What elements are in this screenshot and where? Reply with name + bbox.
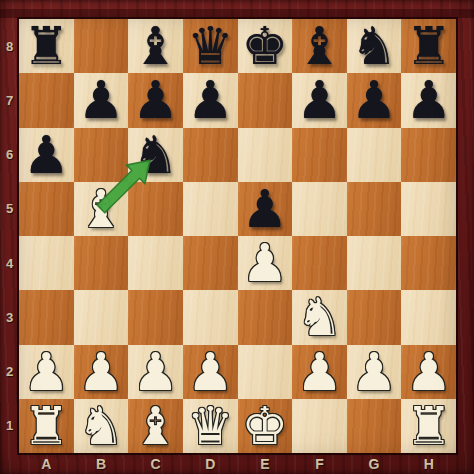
square-g8[interactable]: ♞ [347,19,402,73]
piece-white-pawn[interactable]: ♟ [23,346,70,398]
piece-black-pawn[interactable]: ♟ [23,129,70,181]
piece-black-bishop[interactable]: ♝ [296,20,343,72]
square-a7[interactable] [19,73,74,127]
square-b4[interactable] [74,236,129,290]
square-f6[interactable] [292,128,347,182]
file-label-E: E [238,453,293,474]
square-h4[interactable] [401,236,456,290]
piece-white-king[interactable]: ♚ [242,400,289,452]
square-d2[interactable]: ♟ [183,345,238,399]
square-d1[interactable]: ♛ [183,399,238,453]
file-label-A: A [19,453,74,474]
square-e1[interactable]: ♚ [238,399,293,453]
piece-black-pawn[interactable]: ♟ [242,183,289,235]
piece-black-pawn[interactable]: ♟ [351,74,398,126]
piece-white-rook[interactable]: ♜ [23,400,70,452]
square-h2[interactable]: ♟ [401,345,456,399]
piece-white-pawn[interactable]: ♟ [405,346,452,398]
square-e6[interactable] [238,128,293,182]
square-c7[interactable]: ♟ [128,73,183,127]
square-f4[interactable] [292,236,347,290]
piece-black-knight[interactable]: ♞ [132,129,179,181]
file-label-H: H [401,453,456,474]
square-c6[interactable]: ♞ [128,128,183,182]
piece-white-bishop[interactable]: ♝ [78,183,125,235]
square-f7[interactable]: ♟ [292,73,347,127]
file-label-D: D [183,453,238,474]
square-b5[interactable]: ♝ [74,182,129,236]
piece-white-knight[interactable]: ♞ [78,400,125,452]
square-d5[interactable] [183,182,238,236]
piece-white-pawn[interactable]: ♟ [132,346,179,398]
piece-white-pawn[interactable]: ♟ [296,346,343,398]
piece-black-rook[interactable]: ♜ [23,20,70,72]
piece-black-queen[interactable]: ♛ [187,20,234,72]
piece-white-pawn[interactable]: ♟ [242,237,289,289]
square-e7[interactable] [238,73,293,127]
square-h7[interactable]: ♟ [401,73,456,127]
square-b3[interactable] [74,290,129,344]
rank-label-7: 7 [0,73,19,127]
square-d8[interactable]: ♛ [183,19,238,73]
file-label-B: B [74,453,129,474]
square-b7[interactable]: ♟ [74,73,129,127]
square-a5[interactable] [19,182,74,236]
chess-board[interactable]: ♜♝♛♚♝♞♜♟♟♟♟♟♟♟♞♝♟♟♞♟♟♟♟♟♟♟♜♞♝♛♚♜ [19,19,456,453]
square-d4[interactable] [183,236,238,290]
square-e3[interactable] [238,290,293,344]
file-label-C: C [128,453,183,474]
square-e8[interactable]: ♚ [238,19,293,73]
square-f5[interactable] [292,182,347,236]
square-g7[interactable]: ♟ [347,73,402,127]
square-b1[interactable]: ♞ [74,399,129,453]
square-h1[interactable]: ♜ [401,399,456,453]
square-a3[interactable] [19,290,74,344]
piece-black-rook[interactable]: ♜ [405,20,452,72]
piece-black-pawn[interactable]: ♟ [132,74,179,126]
square-h3[interactable] [401,290,456,344]
square-g6[interactable] [347,128,402,182]
square-d3[interactable] [183,290,238,344]
square-a1[interactable]: ♜ [19,399,74,453]
square-c2[interactable]: ♟ [128,345,183,399]
square-a6[interactable]: ♟ [19,128,74,182]
board-frame: ♜♝♛♚♝♞♜♟♟♟♟♟♟♟♞♝♟♟♞♟♟♟♟♟♟♟♜♞♝♛♚♜ [19,19,456,453]
rank-label-4: 4 [0,236,19,290]
piece-black-pawn[interactable]: ♟ [187,74,234,126]
piece-black-king[interactable]: ♚ [242,20,289,72]
square-c5[interactable] [128,182,183,236]
square-g1[interactable] [347,399,402,453]
square-e4[interactable]: ♟ [238,236,293,290]
square-f8[interactable]: ♝ [292,19,347,73]
square-g3[interactable] [347,290,402,344]
piece-white-pawn[interactable]: ♟ [351,346,398,398]
square-g4[interactable] [347,236,402,290]
square-a8[interactable]: ♜ [19,19,74,73]
square-f2[interactable]: ♟ [292,345,347,399]
square-c8[interactable]: ♝ [128,19,183,73]
square-h6[interactable] [401,128,456,182]
square-f1[interactable] [292,399,347,453]
square-f3[interactable]: ♞ [292,290,347,344]
square-e5[interactable]: ♟ [238,182,293,236]
piece-white-knight[interactable]: ♞ [296,291,343,343]
rank-label-8: 8 [0,19,19,73]
square-b8[interactable] [74,19,129,73]
square-h8[interactable]: ♜ [401,19,456,73]
square-b6[interactable] [74,128,129,182]
square-g5[interactable] [347,182,402,236]
square-d6[interactable] [183,128,238,182]
piece-white-queen[interactable]: ♛ [187,400,234,452]
chessboard-screenshot: 87654321 ABCDEFGH ♜♝♛♚♝♞♜♟♟♟♟♟♟♟♞♝♟♟♞♟♟♟… [0,0,474,474]
piece-black-pawn[interactable]: ♟ [296,74,343,126]
rank-label-3: 3 [0,290,19,344]
piece-black-pawn[interactable]: ♟ [78,74,125,126]
piece-black-pawn[interactable]: ♟ [405,74,452,126]
square-d7[interactable]: ♟ [183,73,238,127]
square-h5[interactable] [401,182,456,236]
file-labels: ABCDEFGH [19,453,456,474]
rank-label-1: 1 [0,399,19,453]
file-label-G: G [347,453,402,474]
square-b2[interactable]: ♟ [74,345,129,399]
piece-black-bishop[interactable]: ♝ [132,20,179,72]
square-g2[interactable]: ♟ [347,345,402,399]
square-a4[interactable] [19,236,74,290]
square-e2[interactable] [238,345,293,399]
square-a2[interactable]: ♟ [19,345,74,399]
piece-white-pawn[interactable]: ♟ [187,346,234,398]
piece-white-bishop[interactable]: ♝ [132,400,179,452]
rank-label-6: 6 [0,128,19,182]
rank-label-5: 5 [0,182,19,236]
piece-black-knight[interactable]: ♞ [351,20,398,72]
square-c3[interactable] [128,290,183,344]
piece-white-pawn[interactable]: ♟ [78,346,125,398]
file-label-F: F [292,453,347,474]
rank-labels: 87654321 [0,19,19,453]
square-c4[interactable] [128,236,183,290]
rank-label-2: 2 [0,345,19,399]
piece-white-rook[interactable]: ♜ [405,400,452,452]
square-c1[interactable]: ♝ [128,399,183,453]
